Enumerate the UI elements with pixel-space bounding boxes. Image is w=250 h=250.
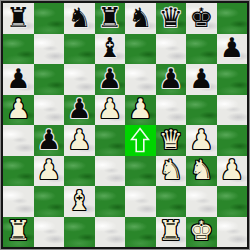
square-c3[interactable] bbox=[64, 156, 95, 187]
square-f8[interactable]: ♛ bbox=[156, 3, 187, 34]
square-a7[interactable] bbox=[3, 34, 34, 65]
square-f2[interactable] bbox=[156, 186, 187, 217]
square-d7[interactable]: ♝ bbox=[95, 34, 126, 65]
square-c2[interactable]: ♝ bbox=[64, 186, 95, 217]
white-rook-f1: ♜ bbox=[159, 217, 183, 244]
white-knight-g3: ♞ bbox=[189, 156, 213, 183]
square-h3[interactable]: ♟ bbox=[217, 156, 248, 187]
white-knight-f3: ♞ bbox=[159, 156, 183, 183]
square-g8[interactable]: ♚ bbox=[186, 3, 217, 34]
square-d4[interactable] bbox=[95, 125, 126, 156]
square-b6[interactable] bbox=[34, 64, 65, 95]
black-pawn-b4: ♟ bbox=[37, 126, 61, 153]
square-b1[interactable] bbox=[34, 217, 65, 248]
square-a1[interactable]: ♜ bbox=[3, 217, 34, 248]
square-f7[interactable] bbox=[156, 34, 187, 65]
square-a8[interactable]: ♜ bbox=[3, 3, 34, 34]
white-pawn-e5: ♟ bbox=[128, 95, 152, 122]
square-g2[interactable] bbox=[186, 186, 217, 217]
square-c7[interactable] bbox=[64, 34, 95, 65]
square-b3[interactable]: ♟ bbox=[34, 156, 65, 187]
square-c5[interactable]: ♟ bbox=[64, 95, 95, 126]
square-g5[interactable] bbox=[186, 95, 217, 126]
square-h7[interactable]: ♟ bbox=[217, 34, 248, 65]
square-e3[interactable] bbox=[125, 156, 156, 187]
square-g4[interactable]: ♟ bbox=[186, 125, 217, 156]
black-rook-a8: ♜ bbox=[6, 4, 30, 31]
square-e1[interactable] bbox=[125, 217, 156, 248]
square-d5[interactable]: ♟ bbox=[95, 95, 126, 126]
black-pawn-a6: ♟ bbox=[6, 65, 30, 92]
black-knight-e8: ♞ bbox=[128, 4, 152, 31]
white-pawn-h3: ♟ bbox=[220, 156, 244, 183]
white-queen-f4: ♛ bbox=[159, 126, 183, 153]
square-a3[interactable] bbox=[3, 156, 34, 187]
square-h6[interactable] bbox=[217, 64, 248, 95]
black-pawn-g6: ♟ bbox=[189, 65, 213, 92]
square-c6[interactable] bbox=[64, 64, 95, 95]
black-pawn-c5: ♟ bbox=[67, 95, 91, 122]
square-b7[interactable] bbox=[34, 34, 65, 65]
white-bishop-c2: ♝ bbox=[67, 187, 91, 214]
square-f6[interactable]: ♟ bbox=[156, 64, 187, 95]
black-pawn-f6: ♟ bbox=[159, 65, 183, 92]
square-g3[interactable]: ♞ bbox=[186, 156, 217, 187]
square-e4[interactable] bbox=[125, 125, 156, 156]
square-h5[interactable] bbox=[217, 95, 248, 126]
square-e7[interactable] bbox=[125, 34, 156, 65]
square-d8[interactable]: ♜ bbox=[95, 3, 126, 34]
square-h1[interactable] bbox=[217, 217, 248, 248]
board-frame: ♜♞♜♞♛♚♝♟♟♟♟♟♟♟♟♟♟♟♛♟♟♞♞♟♝♜♜♚ bbox=[0, 0, 250, 250]
square-h2[interactable] bbox=[217, 186, 248, 217]
white-pawn-a5: ♟ bbox=[6, 95, 30, 122]
square-d2[interactable] bbox=[95, 186, 126, 217]
square-g1[interactable]: ♚ bbox=[186, 217, 217, 248]
square-b8[interactable] bbox=[34, 3, 65, 34]
black-bishop-d7: ♝ bbox=[98, 34, 122, 61]
square-a5[interactable]: ♟ bbox=[3, 95, 34, 126]
white-pawn-b3: ♟ bbox=[37, 156, 61, 183]
black-rook-d8: ♜ bbox=[98, 4, 122, 31]
white-king-g1: ♚ bbox=[189, 217, 213, 244]
square-c8[interactable]: ♞ bbox=[64, 3, 95, 34]
square-g7[interactable] bbox=[186, 34, 217, 65]
square-a4[interactable] bbox=[3, 125, 34, 156]
square-e5[interactable]: ♟ bbox=[125, 95, 156, 126]
square-f1[interactable]: ♜ bbox=[156, 217, 187, 248]
square-b4[interactable]: ♟ bbox=[34, 125, 65, 156]
white-pawn-g4: ♟ bbox=[189, 126, 213, 153]
square-e6[interactable] bbox=[125, 64, 156, 95]
square-b2[interactable] bbox=[34, 186, 65, 217]
square-e2[interactable] bbox=[125, 186, 156, 217]
last-move-up-arrow-icon bbox=[130, 127, 150, 153]
square-e8[interactable]: ♞ bbox=[125, 3, 156, 34]
square-c1[interactable] bbox=[64, 217, 95, 248]
black-pawn-h7: ♟ bbox=[220, 34, 244, 61]
square-f5[interactable] bbox=[156, 95, 187, 126]
chess-board: ♜♞♜♞♛♚♝♟♟♟♟♟♟♟♟♟♟♟♛♟♟♞♞♟♝♜♜♚ bbox=[3, 3, 247, 247]
square-h4[interactable] bbox=[217, 125, 248, 156]
square-c4[interactable]: ♟ bbox=[64, 125, 95, 156]
board-border: ♜♞♜♞♛♚♝♟♟♟♟♟♟♟♟♟♟♟♛♟♟♞♞♟♝♜♜♚ bbox=[1, 1, 249, 249]
square-f3[interactable]: ♞ bbox=[156, 156, 187, 187]
black-pawn-d6: ♟ bbox=[98, 65, 122, 92]
square-f4[interactable]: ♛ bbox=[156, 125, 187, 156]
square-b5[interactable] bbox=[34, 95, 65, 126]
square-a2[interactable] bbox=[3, 186, 34, 217]
square-h8[interactable] bbox=[217, 3, 248, 34]
square-d6[interactable]: ♟ bbox=[95, 64, 126, 95]
black-knight-c8: ♞ bbox=[67, 4, 91, 31]
square-d3[interactable] bbox=[95, 156, 126, 187]
square-a6[interactable]: ♟ bbox=[3, 64, 34, 95]
square-g6[interactable]: ♟ bbox=[186, 64, 217, 95]
white-pawn-c4: ♟ bbox=[67, 126, 91, 153]
white-pawn-d5: ♟ bbox=[98, 95, 122, 122]
white-rook-a1: ♜ bbox=[6, 217, 30, 244]
black-king-g8: ♚ bbox=[189, 4, 213, 31]
square-d1[interactable] bbox=[95, 217, 126, 248]
black-queen-f8: ♛ bbox=[159, 4, 183, 31]
